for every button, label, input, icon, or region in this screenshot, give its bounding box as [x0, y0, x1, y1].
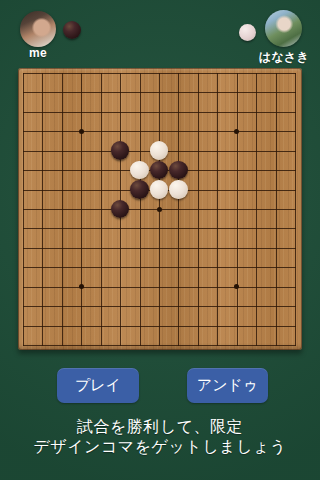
board-intersection[interactable]	[91, 335, 110, 354]
board-intersection[interactable]	[72, 160, 91, 179]
board-intersection[interactable]	[285, 258, 304, 277]
board-intersection[interactable]	[227, 238, 246, 257]
board-intersection[interactable]	[33, 258, 52, 277]
board-intersection[interactable]	[13, 316, 32, 335]
board-intersection[interactable]	[285, 199, 304, 218]
board-intersection[interactable]	[149, 238, 168, 257]
board-intersection[interactable]	[33, 63, 52, 82]
board-intersection[interactable]	[188, 63, 207, 82]
board-intersection[interactable]	[208, 122, 227, 141]
player-name-me: me	[2, 46, 74, 60]
board-intersection[interactable]	[72, 258, 91, 277]
board-intersection[interactable]	[208, 141, 227, 160]
black-stone	[150, 161, 169, 180]
board-intersection[interactable]	[169, 258, 188, 277]
white-stone	[169, 180, 188, 199]
board-intersection[interactable]	[33, 141, 52, 160]
board-intersection[interactable]	[72, 277, 91, 296]
board-intersection[interactable]	[91, 83, 110, 102]
board-intersection[interactable]	[33, 277, 52, 296]
board-intersection[interactable]	[169, 277, 188, 296]
board-intersection[interactable]	[169, 238, 188, 257]
board-intersection[interactable]	[285, 335, 304, 354]
board-intersection[interactable]	[130, 180, 149, 199]
board-intersection[interactable]	[33, 296, 52, 315]
board-intersection[interactable]	[188, 180, 207, 199]
black-stone	[130, 180, 149, 199]
board-intersection[interactable]	[188, 335, 207, 354]
board-intersection[interactable]	[72, 316, 91, 335]
avatar-player-hanasaki	[265, 10, 302, 47]
board-intersection[interactable]	[149, 199, 168, 218]
board-intersection[interactable]	[246, 219, 265, 238]
board-intersection[interactable]	[33, 199, 52, 218]
board-intersection[interactable]	[72, 122, 91, 141]
board-intersection[interactable]	[149, 102, 168, 121]
board-intersection[interactable]	[208, 102, 227, 121]
board-intersection[interactable]	[52, 141, 71, 160]
board-intersection[interactable]	[188, 160, 207, 179]
board-intersection[interactable]	[208, 296, 227, 315]
board-intersection[interactable]	[33, 316, 52, 335]
board-intersection[interactable]	[110, 258, 129, 277]
board-intersection[interactable]	[227, 180, 246, 199]
board-intersection[interactable]	[149, 180, 168, 199]
board-intersection[interactable]	[130, 122, 149, 141]
board-intersection[interactable]	[266, 83, 285, 102]
board-intersection[interactable]	[266, 63, 285, 82]
board-intersection[interactable]	[130, 63, 149, 82]
board-intersection[interactable]	[188, 122, 207, 141]
board-intersection[interactable]	[285, 63, 304, 82]
board-intersection[interactable]	[266, 180, 285, 199]
board-intersection[interactable]	[285, 160, 304, 179]
board-intersection[interactable]	[188, 219, 207, 238]
board-intersection[interactable]	[33, 102, 52, 121]
board-intersection[interactable]	[266, 141, 285, 160]
board-intersection[interactable]	[110, 316, 129, 335]
board-intersection[interactable]	[208, 219, 227, 238]
board-intersection[interactable]	[149, 160, 168, 179]
board-intersection[interactable]	[208, 180, 227, 199]
board-intersection[interactable]	[208, 316, 227, 335]
board-intersection[interactable]	[149, 63, 168, 82]
board-intersection[interactable]	[227, 122, 246, 141]
board-intersection[interactable]	[188, 258, 207, 277]
board-intersection[interactable]	[266, 238, 285, 257]
board-intersection[interactable]	[72, 63, 91, 82]
white-stone	[130, 161, 149, 180]
board-intersection[interactable]	[110, 83, 129, 102]
board-intersection[interactable]	[266, 296, 285, 315]
board-intersection[interactable]	[72, 102, 91, 121]
board-intersection[interactable]	[91, 296, 110, 315]
board-intersection[interactable]	[52, 180, 71, 199]
board-intersection[interactable]	[169, 122, 188, 141]
board-intersection[interactable]	[188, 238, 207, 257]
board-intersection[interactable]	[246, 296, 265, 315]
promo-text: 試合を勝利して、限定 デザインコマをゲットしましょう	[0, 417, 320, 457]
board-intersection[interactable]	[33, 335, 52, 354]
board-intersection[interactable]	[188, 316, 207, 335]
board-intersection[interactable]	[72, 335, 91, 354]
board-intersection[interactable]	[130, 296, 149, 315]
board-intersection[interactable]	[246, 122, 265, 141]
board-intersection[interactable]	[91, 122, 110, 141]
board-intersection[interactable]	[13, 219, 32, 238]
board-intersection[interactable]	[130, 83, 149, 102]
undo-button[interactable]: アンドゥ	[187, 368, 268, 403]
board-intersection[interactable]	[13, 63, 32, 82]
board-intersection[interactable]	[285, 277, 304, 296]
board-intersection[interactable]	[91, 102, 110, 121]
board-intersection[interactable]	[52, 102, 71, 121]
board-intersection[interactable]	[52, 219, 71, 238]
board-intersection[interactable]	[227, 63, 246, 82]
board-intersection[interactable]	[33, 160, 52, 179]
board-intersection[interactable]	[110, 102, 129, 121]
promo-line-1: 試合を勝利して、限定	[0, 417, 320, 437]
board-intersection[interactable]	[266, 258, 285, 277]
board-intersection[interactable]	[246, 258, 265, 277]
board-intersection[interactable]	[208, 238, 227, 257]
board-intersection[interactable]	[246, 316, 265, 335]
board-intersection[interactable]	[227, 83, 246, 102]
board-intersection[interactable]	[246, 63, 265, 82]
board-intersection[interactable]	[72, 141, 91, 160]
board-intersection[interactable]	[13, 296, 32, 315]
board-intersection[interactable]	[285, 219, 304, 238]
board-intersection[interactable]	[169, 160, 188, 179]
board-intersection[interactable]	[13, 335, 32, 354]
board-intersection[interactable]	[246, 238, 265, 257]
board-intersection[interactable]	[13, 141, 32, 160]
board-intersection[interactable]	[246, 180, 265, 199]
board-intersection[interactable]	[285, 141, 304, 160]
board-intersection[interactable]	[91, 238, 110, 257]
stones-grid	[13, 63, 304, 354]
board-intersection[interactable]	[188, 83, 207, 102]
board-intersection[interactable]	[13, 122, 32, 141]
board-intersection[interactable]	[169, 219, 188, 238]
board-intersection[interactable]	[188, 102, 207, 121]
avatar-player-me	[20, 11, 56, 47]
board-intersection[interactable]	[149, 316, 168, 335]
board-intersection[interactable]	[188, 277, 207, 296]
board-intersection[interactable]	[52, 199, 71, 218]
black-stone	[111, 200, 130, 219]
black-stone-indicator	[63, 21, 81, 39]
board-intersection[interactable]	[149, 141, 168, 160]
board-intersection[interactable]	[91, 258, 110, 277]
board-intersection[interactable]	[72, 180, 91, 199]
board-intersection[interactable]	[33, 180, 52, 199]
board-intersection[interactable]	[169, 63, 188, 82]
board-intersection[interactable]	[169, 199, 188, 218]
board-intersection[interactable]	[52, 277, 71, 296]
board-intersection[interactable]	[13, 258, 32, 277]
board-intersection[interactable]	[227, 316, 246, 335]
board-intersection[interactable]	[208, 258, 227, 277]
board-intersection[interactable]	[246, 160, 265, 179]
board-intersection[interactable]	[149, 258, 168, 277]
board-intersection[interactable]	[266, 316, 285, 335]
board-intersection[interactable]	[149, 335, 168, 354]
board-intersection[interactable]	[130, 335, 149, 354]
board-intersection[interactable]	[91, 219, 110, 238]
board-intersection[interactable]	[91, 180, 110, 199]
board-intersection[interactable]	[266, 219, 285, 238]
board-intersection[interactable]	[72, 199, 91, 218]
board-intersection[interactable]	[188, 141, 207, 160]
board-intersection[interactable]	[169, 296, 188, 315]
board-intersection[interactable]	[208, 277, 227, 296]
board-intersection[interactable]	[266, 122, 285, 141]
board-intersection[interactable]	[227, 277, 246, 296]
board-intersection[interactable]	[13, 180, 32, 199]
board-intersection[interactable]	[33, 83, 52, 102]
board-intersection[interactable]	[188, 199, 207, 218]
board-intersection[interactable]	[285, 238, 304, 257]
board-intersection[interactable]	[246, 83, 265, 102]
board-intersection[interactable]	[169, 335, 188, 354]
board-intersection[interactable]	[285, 316, 304, 335]
board-intersection[interactable]	[13, 83, 32, 102]
board-intersection[interactable]	[285, 102, 304, 121]
board-intersection[interactable]	[227, 219, 246, 238]
board-intersection[interactable]	[13, 277, 32, 296]
board-intersection[interactable]	[130, 160, 149, 179]
board-intersection[interactable]	[91, 277, 110, 296]
board-intersection[interactable]	[130, 238, 149, 257]
board-intersection[interactable]	[52, 238, 71, 257]
board-intersection[interactable]	[227, 296, 246, 315]
board-intersection[interactable]	[208, 63, 227, 82]
board-intersection[interactable]	[13, 238, 32, 257]
board-intersection[interactable]	[91, 199, 110, 218]
board-intersection[interactable]	[13, 102, 32, 121]
board-intersection[interactable]	[266, 199, 285, 218]
board-intersection[interactable]	[149, 219, 168, 238]
board-intersection[interactable]	[266, 102, 285, 121]
board-intersection[interactable]	[130, 141, 149, 160]
board-intersection[interactable]	[52, 296, 71, 315]
board-intersection[interactable]	[52, 160, 71, 179]
white-stone-indicator	[239, 24, 256, 41]
board-intersection[interactable]	[110, 63, 129, 82]
board-intersection[interactable]	[266, 277, 285, 296]
board-intersection[interactable]	[208, 160, 227, 179]
board-intersection[interactable]	[72, 83, 91, 102]
board-intersection[interactable]	[110, 238, 129, 257]
black-stone	[111, 141, 130, 160]
board-intersection[interactable]	[149, 122, 168, 141]
board-intersection[interactable]	[169, 83, 188, 102]
board-intersection[interactable]	[246, 199, 265, 218]
board-intersection[interactable]	[227, 102, 246, 121]
board-intersection[interactable]	[246, 141, 265, 160]
board-intersection[interactable]	[149, 83, 168, 102]
board-intersection[interactable]	[91, 141, 110, 160]
board-intersection[interactable]	[285, 296, 304, 315]
board-intersection[interactable]	[110, 335, 129, 354]
board-intersection[interactable]	[130, 219, 149, 238]
white-stone	[150, 141, 169, 160]
go-board	[18, 68, 302, 350]
board-intersection[interactable]	[52, 63, 71, 82]
play-button[interactable]: プレイ	[57, 368, 139, 403]
board-intersection[interactable]	[72, 238, 91, 257]
board-intersection[interactable]	[72, 296, 91, 315]
board-intersection[interactable]	[227, 199, 246, 218]
board-intersection[interactable]	[149, 296, 168, 315]
board-intersection[interactable]	[52, 122, 71, 141]
game-screen: me はなさき プレイ アンドゥ 試合を勝利して、限定 デザインコマをゲットしま…	[0, 0, 320, 480]
board-intersection[interactable]	[208, 335, 227, 354]
board-intersection[interactable]	[110, 219, 129, 238]
board-intersection[interactable]	[52, 335, 71, 354]
board-intersection[interactable]	[246, 277, 265, 296]
board-intersection[interactable]	[285, 180, 304, 199]
board-intersection[interactable]	[246, 102, 265, 121]
board-intersection[interactable]	[208, 199, 227, 218]
board-intersection[interactable]	[130, 199, 149, 218]
board-intersection[interactable]	[33, 238, 52, 257]
board-intersection[interactable]	[110, 180, 129, 199]
board-intersection[interactable]	[91, 316, 110, 335]
board-intersection[interactable]	[91, 63, 110, 82]
board-intersection[interactable]	[227, 160, 246, 179]
board-intersection[interactable]	[33, 219, 52, 238]
board-intersection[interactable]	[110, 199, 129, 218]
black-stone	[169, 161, 188, 180]
board-intersection[interactable]	[110, 122, 129, 141]
board-intersection[interactable]	[169, 316, 188, 335]
board-intersection[interactable]	[227, 335, 246, 354]
board-intersection[interactable]	[227, 258, 246, 277]
white-stone	[150, 180, 169, 199]
board-intersection[interactable]	[130, 316, 149, 335]
board-intersection[interactable]	[72, 219, 91, 238]
board-intersection[interactable]	[188, 296, 207, 315]
board-intersection[interactable]	[52, 316, 71, 335]
board-intersection[interactable]	[110, 160, 129, 179]
board-intersection[interactable]	[130, 277, 149, 296]
board-intersection[interactable]	[91, 160, 110, 179]
board-intersection[interactable]	[266, 160, 285, 179]
promo-line-2: デザインコマをゲットしましょう	[0, 437, 320, 457]
board-intersection[interactable]	[169, 141, 188, 160]
board-intersection[interactable]	[110, 277, 129, 296]
board-intersection[interactable]	[169, 180, 188, 199]
board-intersection[interactable]	[285, 122, 304, 141]
board-intersection[interactable]	[130, 258, 149, 277]
board-intersection[interactable]	[13, 199, 32, 218]
board-intersection[interactable]	[227, 141, 246, 160]
board-intersection[interactable]	[110, 141, 129, 160]
board-intersection[interactable]	[149, 277, 168, 296]
board-intersection[interactable]	[208, 83, 227, 102]
board-intersection[interactable]	[33, 122, 52, 141]
board-intersection[interactable]	[13, 160, 32, 179]
board-intersection[interactable]	[285, 83, 304, 102]
board-intersection[interactable]	[266, 335, 285, 354]
board-intersection[interactable]	[52, 83, 71, 102]
board-intersection[interactable]	[130, 102, 149, 121]
board-intersection[interactable]	[52, 258, 71, 277]
board-intersection[interactable]	[110, 296, 129, 315]
board-intersection[interactable]	[169, 102, 188, 121]
board-intersection[interactable]	[246, 335, 265, 354]
